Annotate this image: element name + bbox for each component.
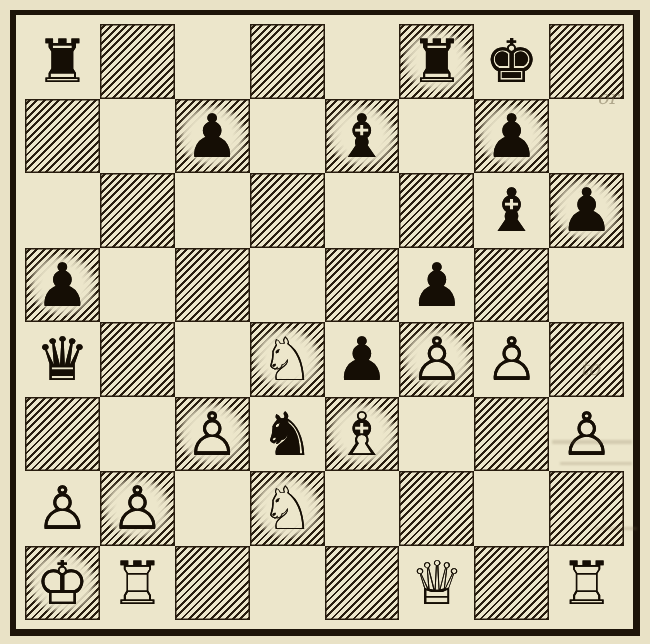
piece-black-pawn: ♟ [410,255,464,315]
square-d7[interactable] [250,99,325,174]
square-a7[interactable] [25,99,100,174]
square-h3[interactable]: ♙ [549,397,624,472]
square-f8[interactable]: ♜ [399,24,474,99]
square-e7[interactable]: ♝ [325,99,400,174]
square-c1[interactable] [175,546,250,621]
piece-black-king: ♚ [485,31,539,91]
square-f6[interactable] [399,173,474,248]
square-a8[interactable]: ♜ [25,24,100,99]
square-a4[interactable]: ♛ [25,322,100,397]
square-g4[interactable]: ♙ [474,322,549,397]
square-a1[interactable]: ♔ [25,546,100,621]
square-e8[interactable] [325,24,400,99]
square-f4[interactable]: ♙ [399,322,474,397]
square-h7[interactable] [549,99,624,174]
square-d3[interactable]: ♞ [250,397,325,472]
book-page: ♜♜♚♟♝♟♝♟♟♟♛♘♟♙♙♙♞♗♙♙♙♘♔♖♕♖ or to [0,0,650,644]
square-c3[interactable]: ♙ [175,397,250,472]
piece-white-pawn: ♙ [36,478,90,538]
square-b8[interactable] [100,24,175,99]
piece-black-bishop: ♝ [485,180,539,240]
square-a6[interactable] [25,173,100,248]
square-b6[interactable] [100,173,175,248]
square-b1[interactable]: ♖ [100,546,175,621]
piece-black-pawn: ♟ [178,105,246,167]
square-c8[interactable] [175,24,250,99]
square-g7[interactable]: ♟ [474,99,549,174]
square-h5[interactable] [549,248,624,323]
square-d5[interactable] [250,248,325,323]
square-f5[interactable]: ♟ [399,248,474,323]
chess-board: ♜♜♚♟♝♟♝♟♟♟♛♘♟♙♙♙♞♗♙♙♙♘♔♖♕♖ [25,24,624,620]
square-d1[interactable] [250,546,325,621]
square-a3[interactable] [25,397,100,472]
piece-white-king: ♔ [29,552,97,614]
piece-black-bishop: ♝ [328,105,396,167]
piece-black-pawn: ♟ [478,105,546,167]
piece-white-rook: ♖ [110,553,164,613]
square-d4[interactable]: ♘ [250,322,325,397]
square-c5[interactable] [175,248,250,323]
square-e5[interactable] [325,248,400,323]
square-e6[interactable] [325,173,400,248]
square-f7[interactable] [399,99,474,174]
square-g2[interactable] [474,471,549,546]
piece-white-queen: ♕ [410,553,464,613]
square-c4[interactable] [175,322,250,397]
square-e3[interactable]: ♗ [325,397,400,472]
square-h1[interactable]: ♖ [549,546,624,621]
square-c2[interactable] [175,471,250,546]
piece-white-knight: ♘ [253,477,321,539]
square-g5[interactable] [474,248,549,323]
square-d6[interactable] [250,173,325,248]
square-g3[interactable] [474,397,549,472]
square-d2[interactable]: ♘ [250,471,325,546]
square-f1[interactable]: ♕ [399,546,474,621]
square-e1[interactable] [325,546,400,621]
square-d8[interactable] [250,24,325,99]
square-a2[interactable]: ♙ [25,471,100,546]
square-b5[interactable] [100,248,175,323]
square-h8[interactable] [549,24,624,99]
piece-black-queen: ♛ [36,329,90,389]
piece-black-pawn: ♟ [335,329,389,389]
square-b4[interactable] [100,322,175,397]
square-f2[interactable] [399,471,474,546]
piece-black-pawn: ♟ [553,179,621,241]
square-b3[interactable] [100,397,175,472]
piece-black-pawn: ♟ [29,254,97,316]
square-b2[interactable]: ♙ [100,471,175,546]
piece-white-pawn: ♙ [178,403,246,465]
square-h6[interactable]: ♟ [549,173,624,248]
square-g8[interactable]: ♚ [474,24,549,99]
piece-black-rook: ♜ [403,30,471,92]
square-g6[interactable]: ♝ [474,173,549,248]
square-a5[interactable]: ♟ [25,248,100,323]
square-e4[interactable]: ♟ [325,322,400,397]
square-b7[interactable] [100,99,175,174]
piece-white-knight: ♘ [253,328,321,390]
board-frame: ♜♜♚♟♝♟♝♟♟♟♛♘♟♙♙♙♞♗♙♙♙♘♔♖♕♖ [10,10,640,636]
square-g1[interactable] [474,546,549,621]
square-h4[interactable] [549,322,624,397]
piece-white-pawn: ♙ [560,404,614,464]
piece-white-bishop: ♗ [328,403,396,465]
square-c7[interactable]: ♟ [175,99,250,174]
piece-white-pawn: ♙ [485,329,539,389]
square-h2[interactable] [549,471,624,546]
piece-white-pawn: ♙ [103,477,171,539]
piece-black-rook: ♜ [36,31,90,91]
square-c6[interactable] [175,173,250,248]
piece-black-knight: ♞ [260,404,314,464]
square-f3[interactable] [399,397,474,472]
piece-white-rook: ♖ [560,553,614,613]
piece-white-pawn: ♙ [403,328,471,390]
square-e2[interactable] [325,471,400,546]
